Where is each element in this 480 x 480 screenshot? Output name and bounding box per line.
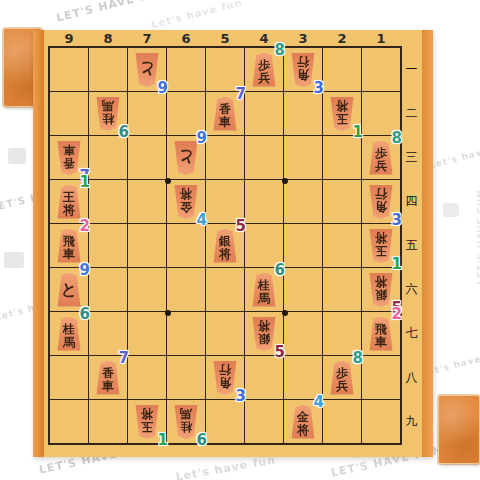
piece-sente-fuhyo-13[interactable]: 歩兵 [368,141,394,175]
watermark-text: Let's have fun [150,0,244,30]
piece-kanji: 将 [219,248,231,261]
board-cell-4三[interactable] [245,136,283,179]
rank-label-5: 五 [404,224,419,267]
piece-sente-hisha-95[interactable]: 飛車 [56,229,82,263]
board-cell-4九[interactable] [245,400,283,443]
piece-sente-kyosha-52[interactable]: 香車 [212,97,238,131]
piece-kanji: 車 [102,380,114,393]
piece-number: 8 [275,43,285,58]
board-cell-1四[interactable]: 角行3 [362,180,400,223]
board-cell-7五[interactable] [128,224,166,267]
board-cell-1一[interactable] [362,48,400,91]
piece-kanji: と [61,281,77,298]
board-cell-1九[interactable] [362,400,400,443]
board-cell-5三[interactable] [206,136,244,179]
watermark-text: LET'S HAVE FUN [476,189,480,285]
piece-gote-kakugyo-14[interactable]: 角行 [368,185,394,219]
board-cell-9七[interactable]: 桂馬6 [50,312,88,355]
piece-kanji: 兵 [336,380,348,393]
file-label-9: 9 [50,30,88,46]
piece-gote-gyokusho-15[interactable]: 玉将 [368,229,394,263]
board-cell-1七[interactable]: 飛車2 [362,312,400,355]
piece-kanji: 角 [219,376,231,389]
board-cell-9二[interactable] [50,92,88,135]
board-cell-8八[interactable]: 香車7 [89,356,127,399]
piece-kanji: 桂 [258,279,270,292]
piece-number: 9 [197,131,207,146]
board-cell-6五[interactable] [167,224,205,267]
piece-number: 7 [119,351,129,366]
board-cell-1五[interactable]: 玉将1 [362,224,400,267]
piece-sente-ginsho-55[interactable]: 銀将 [212,229,238,263]
piece-number: 6 [197,433,207,448]
piece-number: 1 [158,433,168,448]
board-cell-2九[interactable] [323,400,361,443]
piece-kanji: 将 [258,319,270,332]
file-labels: 987654321 [50,30,400,46]
board-cell-5五[interactable]: 銀将5 [206,224,244,267]
screen: LET'S HAVE FUNLet's have funLET'S HAVE F… [0,0,480,480]
piece-sente-fuhyo-28[interactable]: 歩兵 [329,361,355,395]
piece-kanji: 銀 [375,288,387,301]
piece-gote-keima-69[interactable]: 桂馬 [173,405,199,439]
piece-kanji: 香 [63,156,75,169]
piece-kanji: 馬 [258,292,270,305]
board-cell-8一[interactable] [89,48,127,91]
piece-sente-fuhyo-41[interactable]: 歩兵 [251,53,277,87]
piece-kanji: 飛 [375,323,387,336]
piece-kanji: 金 [180,200,192,213]
rank-label-4: 四 [404,180,419,223]
piece-kanji: と [178,149,194,166]
piece-kanji: 将 [141,407,153,420]
piece-kanji: 角 [375,200,387,213]
file-label-3: 3 [284,30,322,46]
board-cell-8六[interactable] [89,268,127,311]
piece-kanji: 車 [63,248,75,261]
piece-number: 8 [353,351,363,366]
piece-kanji: 将 [297,424,309,437]
board-cell-4二[interactable] [245,92,283,135]
rank-label-2: 二 [404,92,419,135]
piece-number: 1 [353,125,363,140]
piece-stand-bottom-right [438,395,480,464]
board-cell-3四[interactable] [284,180,322,223]
rank-label-8: 八 [404,356,419,399]
piece-kanji: 将 [63,204,75,217]
piece-gote-gyokusho-22[interactable]: 玉将 [329,97,355,131]
board-cell-6六[interactable] [167,268,205,311]
board-cell-6一[interactable] [167,48,205,91]
board-cell-2五[interactable] [323,224,361,267]
star-point [165,310,171,316]
piece-gote-ginsho-47[interactable]: 銀将 [251,317,277,351]
board-cell-2四[interactable] [323,180,361,223]
board-cell-3二[interactable] [284,92,322,135]
watermark-text: Let's have fun [428,140,480,170]
piece-number: 3 [392,213,402,228]
piece-gote-kinsho-64[interactable]: 金将 [173,185,199,219]
rank-label-1: 一 [404,48,419,91]
piece-kanji: 将 [336,99,348,112]
board-cell-3九[interactable]: 金将4 [284,400,322,443]
piece-number: 3 [314,81,324,96]
board-cell-4七[interactable]: 銀将5 [245,312,283,355]
piece-kanji: 車 [375,336,387,349]
rank-label-3: 三 [404,136,419,179]
board-cell-4四[interactable] [245,180,283,223]
piece-kanji: 将 [375,231,387,244]
board-cell-7三[interactable] [128,136,166,179]
piece-number: 4 [314,395,324,410]
board-cell-5九[interactable] [206,400,244,443]
board-cell-3五[interactable] [284,224,322,267]
piece-kanji: 兵 [258,72,270,85]
watermark-text: LET'S HAVE FUN [55,0,168,25]
board-cell-5二[interactable]: 香車7 [206,92,244,135]
board-cell-6四[interactable]: 金将4 [167,180,205,223]
piece-number: 9 [158,81,168,96]
piece-number: 6 [275,263,285,278]
board-cell-2六[interactable] [323,268,361,311]
piece-sente-keima-97[interactable]: 桂馬 [56,317,82,351]
piece-sente-kinsho-39[interactable]: 金将 [290,405,316,439]
piece-number: 4 [197,213,207,228]
piece-kanji: 車 [219,116,231,129]
board-cell-2一[interactable] [323,48,361,91]
piece-number: 1 [392,257,402,272]
board-grid: と9歩兵8角行3桂馬6香車7玉将1香車7と9歩兵8王将1金将4角行3飛車2銀将5… [48,46,402,445]
piece-number: 6 [80,307,90,322]
rank-labels: 一二三四五六七八九 [404,48,419,443]
piece-number: 2 [392,307,402,322]
piece-gote-tokin-71[interactable]: と [134,53,160,87]
piece-gote-kakugyo-31[interactable]: 角行 [290,53,316,87]
piece-number: 7 [236,87,246,102]
board-cell-6三[interactable]: と9 [167,136,205,179]
piece-kanji: 香 [102,367,114,380]
board-cell-7八[interactable] [128,356,166,399]
piece-gote-ginsho-16[interactable]: 銀将 [368,273,394,307]
piece-sente-keima-46[interactable]: 桂馬 [251,273,277,307]
piece-gote-gyokusho-79[interactable]: 玉将 [134,405,160,439]
piece-number: 5 [236,219,246,234]
piece-kanji: 香 [219,103,231,116]
board-cell-5八[interactable]: 角行3 [206,356,244,399]
board-cell-7一[interactable]: と9 [128,48,166,91]
board-cell-3三[interactable] [284,136,322,179]
piece-kanji: 馬 [180,407,192,420]
piece-number: 1 [80,175,90,190]
board-cell-3六[interactable] [284,268,322,311]
rank-label-6: 六 [404,268,419,311]
board-cell-2二[interactable]: 玉将1 [323,92,361,135]
piece-kanji: 将 [375,275,387,288]
piece-gote-tokin-63[interactable]: と [173,141,199,175]
board-cell-8四[interactable] [89,180,127,223]
board-cell-6七[interactable] [167,312,205,355]
piece-sente-tokin-96[interactable]: と [56,273,82,307]
piece-kanji: 行 [297,55,309,68]
board-cell-3七[interactable] [284,312,322,355]
piece-kanji: 桂 [180,420,192,433]
board-cell-8三[interactable] [89,136,127,179]
piece-kanji: 角 [297,68,309,81]
piece-kanji: 桂 [102,112,114,125]
board-cell-8五[interactable] [89,224,127,267]
piece-kanji: 銀 [219,235,231,248]
board-cell-7九[interactable]: 玉将1 [128,400,166,443]
board-cell-2八[interactable]: 歩兵8 [323,356,361,399]
board-cell-2三[interactable] [323,136,361,179]
piece-sente-kyosha-88[interactable]: 香車 [95,361,121,395]
board-cell-4六[interactable]: 桂馬6 [245,268,283,311]
piece-number: 2 [80,219,90,234]
piece-number: 9 [80,263,90,278]
piece-kanji: 飛 [63,235,75,248]
board-cell-9九[interactable] [50,400,88,443]
board-cell-7二[interactable] [128,92,166,135]
piece-kanji: 車 [63,143,75,156]
board-cell-3一[interactable]: 角行3 [284,48,322,91]
shogi-board: 987654321 一二三四五六七八九 と9歩兵8角行3桂馬6香車7玉将1香車7… [33,30,433,457]
piece-kanji: 銀 [258,332,270,345]
board-left-rail [33,30,44,457]
board-cell-5七[interactable] [206,312,244,355]
piece-kanji: 行 [375,187,387,200]
board-cell-8二[interactable]: 桂馬6 [89,92,127,135]
star-point [282,178,288,184]
piece-number: 8 [392,131,402,146]
watermark-icon [4,252,24,268]
rank-label-7: 七 [404,312,419,355]
watermark-text: Let's have fun [175,453,277,480]
piece-kanji: 玉 [375,244,387,257]
star-point [282,310,288,316]
piece-kanji: 行 [219,363,231,376]
piece-sente-hisha-17[interactable]: 飛車 [368,317,394,351]
board-cell-8九[interactable] [89,400,127,443]
piece-kanji: 将 [180,187,192,200]
board-cell-9八[interactable] [50,356,88,399]
piece-kanji: 馬 [63,336,75,349]
board-cell-7四[interactable] [128,180,166,223]
piece-kanji: 桂 [63,323,75,336]
piece-kanji: 玉 [336,112,348,125]
piece-kanji: と [139,61,155,78]
board-cell-9一[interactable] [50,48,88,91]
board-right-rail [422,30,433,457]
board-cell-7六[interactable] [128,268,166,311]
piece-kanji: 歩 [336,367,348,380]
piece-kanji: 金 [297,411,309,424]
board-cell-4八[interactable] [245,356,283,399]
watermark-icon [8,148,26,164]
board-cell-1八[interactable] [362,356,400,399]
board-cell-1三[interactable]: 歩兵8 [362,136,400,179]
piece-gote-kyosha-93[interactable]: 香車 [56,141,82,175]
piece-number: 5 [275,345,285,360]
star-point [165,178,171,184]
piece-gote-kakugyo-58[interactable]: 角行 [212,361,238,395]
piece-number: 6 [119,125,129,140]
file-label-1: 1 [362,30,400,46]
rank-label-9: 九 [404,400,419,443]
board-cell-6八[interactable] [167,356,205,399]
piece-kanji: 玉 [141,420,153,433]
piece-gote-keima-82[interactable]: 桂馬 [95,97,121,131]
board-cell-6九[interactable]: 桂馬6 [167,400,205,443]
watermark-icon [443,203,459,217]
board-cell-5六[interactable] [206,268,244,311]
piece-kanji: 歩 [375,147,387,160]
piece-number: 3 [236,389,246,404]
file-label-8: 8 [89,30,127,46]
piece-kanji: 馬 [102,99,114,112]
piece-kanji: 兵 [375,160,387,173]
piece-kanji: 歩 [258,59,270,72]
file-label-6: 6 [167,30,205,46]
file-label-7: 7 [128,30,166,46]
piece-sente-osho-94[interactable]: 王将 [56,185,82,219]
piece-kanji: 王 [63,191,75,204]
board-cell-4一[interactable]: 歩兵8 [245,48,283,91]
file-label-5: 5 [206,30,244,46]
file-label-2: 2 [323,30,361,46]
board-cell-7七[interactable] [128,312,166,355]
